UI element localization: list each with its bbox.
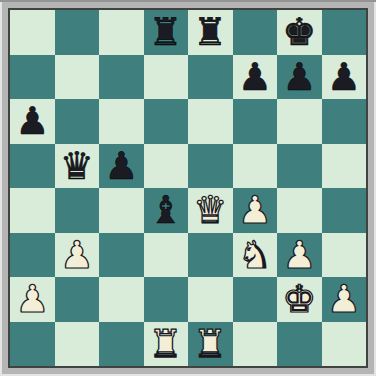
square-f8[interactable] bbox=[233, 10, 278, 55]
square-c7[interactable] bbox=[99, 55, 144, 100]
square-f3[interactable]: ♞ bbox=[233, 233, 278, 278]
square-d7[interactable] bbox=[144, 55, 189, 100]
square-b7[interactable] bbox=[55, 55, 100, 100]
square-f2[interactable] bbox=[233, 277, 278, 322]
square-c2[interactable] bbox=[99, 277, 144, 322]
square-h7[interactable]: ♟ bbox=[322, 55, 367, 100]
square-c8[interactable] bbox=[99, 10, 144, 55]
square-c6[interactable] bbox=[99, 99, 144, 144]
square-g7[interactable]: ♟ bbox=[277, 55, 322, 100]
square-d5[interactable] bbox=[144, 144, 189, 189]
board-frame: ♜♜♚♟♟♟♟♛♟♝♛♟♟♞♟♟♚♟♜♜ bbox=[0, 0, 376, 376]
square-h8[interactable] bbox=[322, 10, 367, 55]
square-b1[interactable] bbox=[55, 322, 100, 367]
square-d4[interactable]: ♝ bbox=[144, 188, 189, 233]
square-g8[interactable]: ♚ bbox=[277, 10, 322, 55]
square-a1[interactable] bbox=[10, 322, 55, 367]
square-h5[interactable] bbox=[322, 144, 367, 189]
square-f7[interactable]: ♟ bbox=[233, 55, 278, 100]
square-a4[interactable] bbox=[10, 188, 55, 233]
black-pawn-a6[interactable]: ♟ bbox=[15, 102, 49, 140]
square-b3[interactable]: ♟ bbox=[55, 233, 100, 278]
square-e5[interactable] bbox=[188, 144, 233, 189]
white-pawn-b3[interactable]: ♟ bbox=[60, 236, 94, 274]
square-c1[interactable] bbox=[99, 322, 144, 367]
square-a3[interactable] bbox=[10, 233, 55, 278]
square-b6[interactable] bbox=[55, 99, 100, 144]
white-rook-d1[interactable]: ♜ bbox=[149, 325, 183, 363]
black-bishop-d4[interactable]: ♝ bbox=[149, 191, 183, 229]
black-rook-d8[interactable]: ♜ bbox=[149, 13, 183, 51]
square-h2[interactable]: ♟ bbox=[322, 277, 367, 322]
white-pawn-a2[interactable]: ♟ bbox=[15, 280, 49, 318]
white-pawn-g3[interactable]: ♟ bbox=[282, 236, 316, 274]
square-d2[interactable] bbox=[144, 277, 189, 322]
white-king-g2[interactable]: ♚ bbox=[282, 280, 316, 318]
white-rook-e1[interactable]: ♜ bbox=[193, 325, 227, 363]
square-d3[interactable] bbox=[144, 233, 189, 278]
white-pawn-h2[interactable]: ♟ bbox=[327, 280, 361, 318]
square-e8[interactable]: ♜ bbox=[188, 10, 233, 55]
square-e2[interactable] bbox=[188, 277, 233, 322]
square-g2[interactable]: ♚ bbox=[277, 277, 322, 322]
black-pawn-f7[interactable]: ♟ bbox=[238, 58, 272, 96]
square-h3[interactable] bbox=[322, 233, 367, 278]
square-g3[interactable]: ♟ bbox=[277, 233, 322, 278]
white-queen-e4[interactable]: ♛ bbox=[193, 191, 227, 229]
black-king-g8[interactable]: ♚ bbox=[282, 13, 316, 51]
square-e1[interactable]: ♜ bbox=[188, 322, 233, 367]
square-h6[interactable] bbox=[322, 99, 367, 144]
square-f1[interactable] bbox=[233, 322, 278, 367]
chess-board: ♜♜♚♟♟♟♟♛♟♝♛♟♟♞♟♟♚♟♜♜ bbox=[8, 8, 368, 368]
square-e4[interactable]: ♛ bbox=[188, 188, 233, 233]
black-rook-e8[interactable]: ♜ bbox=[193, 13, 227, 51]
square-c4[interactable] bbox=[99, 188, 144, 233]
black-pawn-g7[interactable]: ♟ bbox=[282, 58, 316, 96]
square-b2[interactable] bbox=[55, 277, 100, 322]
black-pawn-h7[interactable]: ♟ bbox=[327, 58, 361, 96]
square-f6[interactable] bbox=[233, 99, 278, 144]
square-e3[interactable] bbox=[188, 233, 233, 278]
square-a2[interactable]: ♟ bbox=[10, 277, 55, 322]
square-g6[interactable] bbox=[277, 99, 322, 144]
square-f4[interactable]: ♟ bbox=[233, 188, 278, 233]
square-g4[interactable] bbox=[277, 188, 322, 233]
square-a6[interactable]: ♟ bbox=[10, 99, 55, 144]
black-queen-b5[interactable]: ♛ bbox=[60, 147, 94, 185]
square-d1[interactable]: ♜ bbox=[144, 322, 189, 367]
square-b4[interactable] bbox=[55, 188, 100, 233]
square-h4[interactable] bbox=[322, 188, 367, 233]
square-d8[interactable]: ♜ bbox=[144, 10, 189, 55]
square-e6[interactable] bbox=[188, 99, 233, 144]
square-f5[interactable] bbox=[233, 144, 278, 189]
square-g5[interactable] bbox=[277, 144, 322, 189]
black-pawn-c5[interactable]: ♟ bbox=[104, 147, 138, 185]
square-a8[interactable] bbox=[10, 10, 55, 55]
square-c5[interactable]: ♟ bbox=[99, 144, 144, 189]
square-b5[interactable]: ♛ bbox=[55, 144, 100, 189]
white-knight-f3[interactable]: ♞ bbox=[238, 236, 272, 274]
square-e7[interactable] bbox=[188, 55, 233, 100]
square-h1[interactable] bbox=[322, 322, 367, 367]
square-g1[interactable] bbox=[277, 322, 322, 367]
square-b8[interactable] bbox=[55, 10, 100, 55]
square-c3[interactable] bbox=[99, 233, 144, 278]
white-pawn-f4[interactable]: ♟ bbox=[238, 191, 272, 229]
square-a7[interactable] bbox=[10, 55, 55, 100]
square-d6[interactable] bbox=[144, 99, 189, 144]
square-a5[interactable] bbox=[10, 144, 55, 189]
